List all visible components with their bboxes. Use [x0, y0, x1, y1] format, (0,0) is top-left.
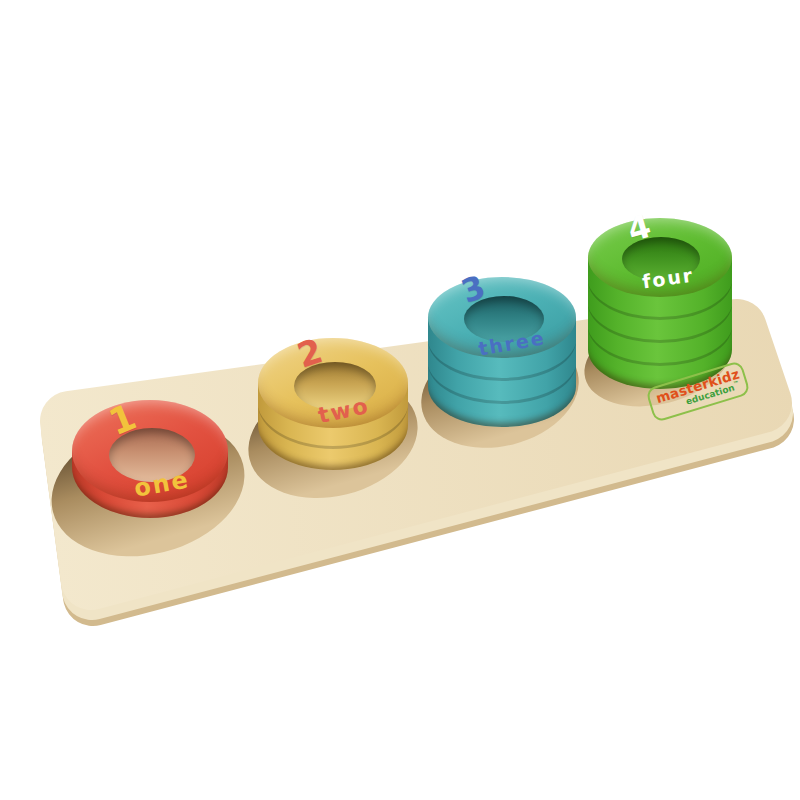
product-photo-scene: 1 one 2 two 3 three 4 four masterkidz ed… [0, 0, 800, 800]
ring-top-face: 2 two [258, 338, 408, 428]
ring-stack-4-green: 4 four [588, 218, 732, 389]
ring-stack-1-red: 1 one [72, 400, 228, 518]
ring-word-label: one [132, 467, 191, 500]
ring-stack-2-yellow: 2 two [258, 338, 408, 470]
ring-top-face: 1 one [72, 400, 228, 502]
ring-number-label: 2 [293, 333, 326, 373]
ring-number-label: 1 [104, 399, 141, 442]
ring-word-label: four [641, 265, 695, 291]
ring-stack-3-teal: 3 three [428, 277, 576, 427]
ring-top-face: 3 three [428, 277, 576, 358]
ring-top-face: 4 four [588, 218, 732, 297]
